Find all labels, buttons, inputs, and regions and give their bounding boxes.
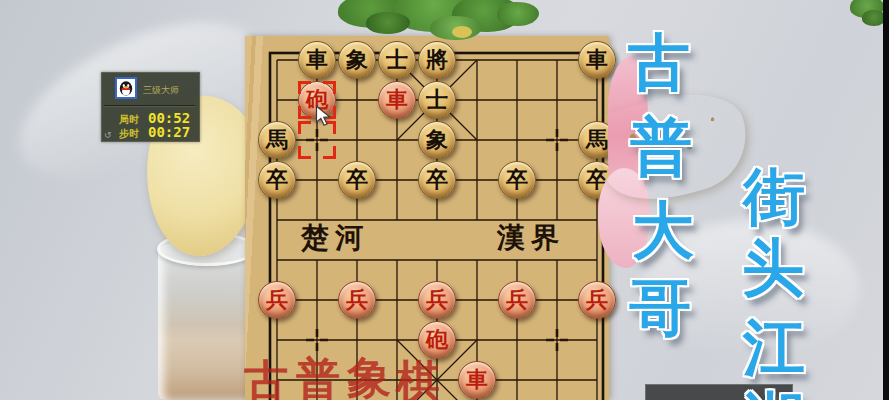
piece-black-advisor[interactable]: 士 <box>418 81 456 119</box>
watermark-char: 大 <box>632 189 694 273</box>
piece-black-general[interactable]: 將 <box>418 41 456 79</box>
player-avatar[interactable] <box>115 77 137 99</box>
piece-black-advisor[interactable]: 士 <box>378 41 416 79</box>
mouse-cursor <box>315 105 332 128</box>
photo-latte-glass <box>158 244 256 400</box>
piece-red-rook[interactable]: 車 <box>378 81 416 119</box>
piece-black-elephant[interactable]: 象 <box>338 41 376 79</box>
watermark-char: 普 <box>630 105 692 189</box>
piece-red-rook[interactable]: 車 <box>458 361 496 399</box>
watermark-char: 古 <box>244 352 288 400</box>
piece-red-soldier[interactable]: 兵 <box>418 281 456 319</box>
undo-icon[interactable]: ↺ <box>104 130 112 140</box>
photo-parsley-fleck <box>452 26 472 38</box>
panel-divider <box>104 105 195 107</box>
photo-parsley <box>497 2 539 26</box>
piece-red-soldier[interactable]: 兵 <box>338 281 376 319</box>
piece-red-soldier[interactable]: 兵 <box>498 281 536 319</box>
river-label-chu-he: 楚河 <box>301 219 369 257</box>
move-time-label: 步时 <box>119 127 139 141</box>
xiangqi-board[interactable]: 楚河 漢界 車象士將車砲車士馬象馬卒卒卒卒卒兵兵兵兵兵砲車 <box>245 36 609 400</box>
piece-black-elephant[interactable]: 象 <box>418 121 456 159</box>
piece-black-soldier[interactable]: 卒 <box>498 161 536 199</box>
watermark-char: 象 <box>347 349 391 400</box>
piece-black-soldier[interactable]: 卒 <box>338 161 376 199</box>
watermark-char: 哥 <box>629 266 691 350</box>
right-edge-black-bar <box>883 0 889 400</box>
game-time-label: 局时 <box>119 113 139 127</box>
watermark-char: 棋 <box>396 352 440 400</box>
qq-penguin-icon <box>117 79 135 97</box>
piece-black-rook[interactable]: 車 <box>578 41 616 79</box>
player-rank-name: 三级大师 <box>143 84 179 97</box>
piece-red-soldier[interactable]: 兵 <box>578 281 616 319</box>
piece-black-soldier[interactable]: 卒 <box>418 161 456 199</box>
photo-parsley <box>366 12 410 34</box>
river-label-han-jie: 漢界 <box>497 219 565 257</box>
piece-black-horse[interactable]: 馬 <box>258 121 296 159</box>
player-info-panel: 三级大师 局时 00:52 步时 00:27 ↺ <box>101 72 200 142</box>
piece-black-soldier[interactable]: 卒 <box>258 161 296 199</box>
watermark-char: 头 <box>742 226 804 310</box>
watermark-char: 江 <box>743 306 805 390</box>
piece-red-soldier[interactable]: 兵 <box>258 281 296 319</box>
watermark-char: 古 <box>628 21 690 105</box>
watermark-char: 普 <box>296 350 340 400</box>
move-time-value: 00:27 <box>148 124 190 140</box>
watermark-char: 湖 <box>742 379 804 400</box>
piece-black-rook[interactable]: 車 <box>298 41 336 79</box>
